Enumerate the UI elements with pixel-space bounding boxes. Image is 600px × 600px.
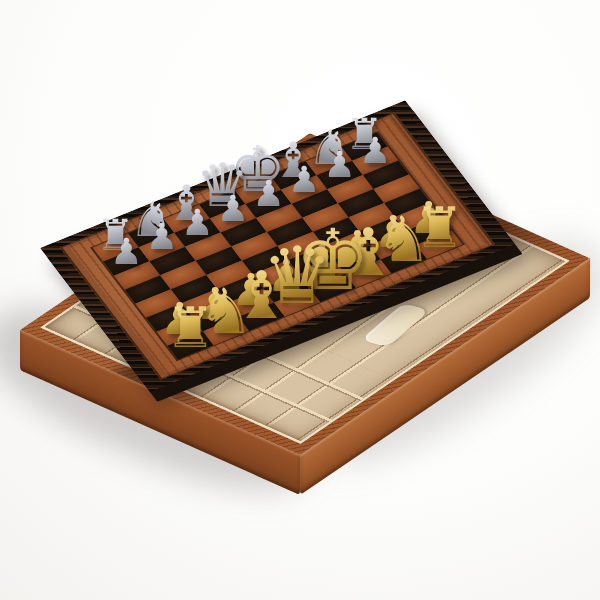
scene: ♜♞♝♛♚♝♞♜♟♟♟♟♟♟♟♟♟♟♟♟♟♟♟♟♜♞♝♛♚♝♞♜ [0,0,600,600]
